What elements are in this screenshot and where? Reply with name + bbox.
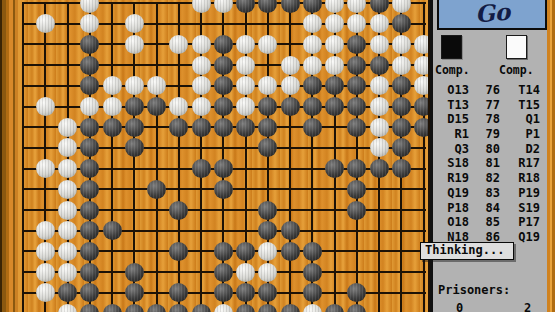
black-stone-L5[interactable] bbox=[236, 283, 255, 302]
black-stone-P14[interactable] bbox=[325, 97, 344, 116]
white-stone-Q19[interactable] bbox=[347, 0, 366, 13]
black-stone-F4[interactable] bbox=[125, 304, 144, 312]
go-board[interactable] bbox=[0, 0, 432, 312]
prisoners-label: Prisoners: bbox=[438, 283, 510, 297]
black-stone-O15[interactable] bbox=[303, 76, 322, 95]
black-stone-D8[interactable] bbox=[80, 221, 99, 240]
black-stone-D16[interactable] bbox=[80, 56, 99, 75]
black-stone-F5[interactable] bbox=[125, 283, 144, 302]
black-stone-M5[interactable] bbox=[258, 283, 277, 302]
white-stone-J17[interactable] bbox=[192, 35, 211, 54]
black-stone-O19[interactable] bbox=[303, 0, 322, 13]
black-stone-M9[interactable] bbox=[258, 201, 277, 220]
white-stone-J16[interactable] bbox=[192, 56, 211, 75]
white-stone-C4[interactable] bbox=[58, 304, 77, 312]
black-stone-K14[interactable] bbox=[214, 97, 233, 116]
move-row: R179P1 bbox=[435, 127, 547, 142]
white-stone-E14[interactable] bbox=[103, 97, 122, 116]
white-stone-M15[interactable] bbox=[258, 76, 277, 95]
white-stone-S17[interactable] bbox=[392, 35, 411, 54]
white-stone-O17[interactable] bbox=[303, 35, 322, 54]
prisoners-black-count: 0 bbox=[456, 301, 463, 312]
black-stone-Q4[interactable] bbox=[347, 304, 366, 312]
white-stone-B11[interactable] bbox=[36, 159, 55, 178]
black-stone-R16[interactable] bbox=[370, 56, 389, 75]
black-stone-N14[interactable] bbox=[281, 97, 300, 116]
move-number: 76 bbox=[469, 83, 500, 98]
white-stone-C12[interactable] bbox=[58, 138, 77, 157]
white-stone-J15[interactable] bbox=[192, 76, 211, 95]
white-stone-S19[interactable] bbox=[392, 0, 411, 13]
black-stone-H5[interactable] bbox=[169, 283, 188, 302]
white-stone-B6[interactable] bbox=[36, 263, 55, 282]
white-stone-J14[interactable] bbox=[192, 97, 211, 116]
black-move: O13 bbox=[435, 83, 469, 98]
white-stone-E15[interactable] bbox=[103, 76, 122, 95]
white-stone-C13[interactable] bbox=[58, 118, 77, 137]
black-stone-D15[interactable] bbox=[80, 76, 99, 95]
white-stone-R18[interactable] bbox=[370, 14, 389, 33]
black-stone-M19[interactable] bbox=[258, 0, 277, 13]
white-stone-Q18[interactable] bbox=[347, 14, 366, 33]
black-move: O18 bbox=[435, 215, 469, 230]
move-row: D1578Q1 bbox=[435, 112, 547, 127]
white-stone-F18[interactable] bbox=[125, 14, 144, 33]
black-stone-R19[interactable] bbox=[370, 0, 389, 13]
black-stone-S15[interactable] bbox=[392, 76, 411, 95]
white-stone-H17[interactable] bbox=[169, 35, 188, 54]
black-stone-Q17[interactable] bbox=[347, 35, 366, 54]
black-stone-H9[interactable] bbox=[169, 201, 188, 220]
black-stone-L4[interactable] bbox=[236, 304, 255, 312]
white-stone-K19[interactable] bbox=[214, 0, 233, 13]
black-move: P18 bbox=[435, 201, 469, 216]
black-stone-M14[interactable] bbox=[258, 97, 277, 116]
black-stone-Q5[interactable] bbox=[347, 283, 366, 302]
black-stone-S12[interactable] bbox=[392, 138, 411, 157]
black-stone-K10[interactable] bbox=[214, 180, 233, 199]
black-stone-O7[interactable] bbox=[303, 242, 322, 261]
move-number: 78 bbox=[469, 112, 500, 127]
board-frame-left bbox=[0, 0, 21, 312]
black-stone-M4[interactable] bbox=[258, 304, 277, 312]
wood-edge-strip bbox=[547, 0, 555, 312]
black-stone-D13[interactable] bbox=[80, 118, 99, 137]
black-stone-H7[interactable] bbox=[169, 242, 188, 261]
white-stone-P16[interactable] bbox=[325, 56, 344, 75]
black-player-swatch-icon[interactable] bbox=[441, 35, 462, 59]
black-stone-M8[interactable] bbox=[258, 221, 277, 240]
black-move: S18 bbox=[435, 156, 469, 171]
black-stone-F13[interactable] bbox=[125, 118, 144, 137]
black-stone-Q14[interactable] bbox=[347, 97, 366, 116]
move-row: T1377T15 bbox=[435, 98, 547, 113]
black-stone-K7[interactable] bbox=[214, 242, 233, 261]
black-stone-D4[interactable] bbox=[80, 304, 99, 312]
white-stone-R15[interactable] bbox=[370, 76, 389, 95]
move-row: R1982R18 bbox=[435, 171, 547, 186]
white-stone-F15[interactable] bbox=[125, 76, 144, 95]
black-stone-K5[interactable] bbox=[214, 283, 233, 302]
white-stone-L17[interactable] bbox=[236, 35, 255, 54]
black-stone-J4[interactable] bbox=[192, 304, 211, 312]
white-player-label: Comp. bbox=[499, 63, 534, 77]
white-stone-G15[interactable] bbox=[147, 76, 166, 95]
title-plaque: Go bbox=[437, 0, 547, 30]
white-stone-P17[interactable] bbox=[325, 35, 344, 54]
white-stone-M7[interactable] bbox=[258, 242, 277, 261]
black-stone-D6[interactable] bbox=[80, 263, 99, 282]
move-row: Q1983P19 bbox=[435, 186, 547, 201]
app-title: Go bbox=[474, 0, 511, 27]
move-number: 80 bbox=[469, 142, 500, 157]
white-stone-C9[interactable] bbox=[58, 201, 77, 220]
white-stone-B8[interactable] bbox=[36, 221, 55, 240]
control-panel: Go Comp. Comp. O1376T14T1377T15D1578Q1R1… bbox=[430, 0, 547, 312]
black-move: Q19 bbox=[435, 186, 469, 201]
black-stone-D11[interactable] bbox=[80, 159, 99, 178]
black-stone-P11[interactable] bbox=[325, 159, 344, 178]
go-program-screen: Go Comp. Comp. O1376T14T1377T15D1578Q1R1… bbox=[0, 0, 555, 312]
black-stone-D5[interactable] bbox=[80, 283, 99, 302]
white-move: T15 bbox=[500, 98, 540, 113]
black-move: R19 bbox=[435, 171, 469, 186]
black-stone-S18[interactable] bbox=[392, 14, 411, 33]
white-stone-C7[interactable] bbox=[58, 242, 77, 261]
white-stone-C10[interactable] bbox=[58, 180, 77, 199]
black-stone-H13[interactable] bbox=[169, 118, 188, 137]
black-stone-E4[interactable] bbox=[103, 304, 122, 312]
white-stone-P19[interactable] bbox=[325, 0, 344, 13]
black-move: R1 bbox=[435, 127, 469, 142]
white-stone-L14[interactable] bbox=[236, 97, 255, 116]
white-stone-C11[interactable] bbox=[58, 159, 77, 178]
move-history-list[interactable]: O1376T14T1377T15D1578Q1R179P1Q380D2S1881… bbox=[435, 83, 547, 245]
black-stone-C5[interactable] bbox=[58, 283, 77, 302]
white-stone-P18[interactable] bbox=[325, 14, 344, 33]
black-stone-O14[interactable] bbox=[303, 97, 322, 116]
black-stone-N4[interactable] bbox=[281, 304, 300, 312]
move-number: 84 bbox=[469, 201, 500, 216]
white-stone-J19[interactable] bbox=[192, 0, 211, 13]
black-stone-F12[interactable] bbox=[125, 138, 144, 157]
black-stone-P15[interactable] bbox=[325, 76, 344, 95]
black-stone-Q15[interactable] bbox=[347, 76, 366, 95]
move-row: P1884S19 bbox=[435, 201, 547, 216]
black-stone-J11[interactable] bbox=[192, 159, 211, 178]
move-number: 81 bbox=[469, 156, 500, 171]
white-move: T14 bbox=[500, 83, 540, 98]
white-move: P1 bbox=[500, 127, 540, 142]
white-stone-K4[interactable] bbox=[214, 304, 233, 312]
white-stone-O16[interactable] bbox=[303, 56, 322, 75]
black-stone-E8[interactable] bbox=[103, 221, 122, 240]
black-stone-K11[interactable] bbox=[214, 159, 233, 178]
white-stone-O4[interactable] bbox=[303, 304, 322, 312]
move-row: S1881R17 bbox=[435, 156, 547, 171]
black-stone-O6[interactable] bbox=[303, 263, 322, 282]
grid-vline bbox=[289, 2, 291, 312]
white-stone-N15[interactable] bbox=[281, 76, 300, 95]
white-stone-L6[interactable] bbox=[236, 263, 255, 282]
white-stone-D14[interactable] bbox=[80, 97, 99, 116]
move-number: 82 bbox=[469, 171, 500, 186]
white-stone-R17[interactable] bbox=[370, 35, 389, 54]
white-stone-N16[interactable] bbox=[281, 56, 300, 75]
white-stone-D19[interactable] bbox=[80, 0, 99, 13]
black-stone-N8[interactable] bbox=[281, 221, 300, 240]
white-stone-C6[interactable] bbox=[58, 263, 77, 282]
black-stone-D9[interactable] bbox=[80, 201, 99, 220]
black-stone-N7[interactable] bbox=[281, 242, 300, 261]
white-stone-L15[interactable] bbox=[236, 76, 255, 95]
black-stone-K13[interactable] bbox=[214, 118, 233, 137]
white-stone-R13[interactable] bbox=[370, 118, 389, 137]
black-stone-D7[interactable] bbox=[80, 242, 99, 261]
black-stone-Q13[interactable] bbox=[347, 118, 366, 137]
black-stone-K15[interactable] bbox=[214, 76, 233, 95]
white-stone-O18[interactable] bbox=[303, 14, 322, 33]
black-stone-S14[interactable] bbox=[392, 97, 411, 116]
black-stone-Q16[interactable] bbox=[347, 56, 366, 75]
white-move: S19 bbox=[500, 201, 540, 216]
white-stone-B7[interactable] bbox=[36, 242, 55, 261]
white-move: Q1 bbox=[500, 112, 540, 127]
black-stone-M12[interactable] bbox=[258, 138, 277, 157]
black-stone-Q9[interactable] bbox=[347, 201, 366, 220]
black-stone-D17[interactable] bbox=[80, 35, 99, 54]
grid-vline bbox=[156, 2, 158, 312]
grid-vline bbox=[111, 2, 113, 312]
black-stone-G10[interactable] bbox=[147, 180, 166, 199]
white-stone-B5[interactable] bbox=[36, 283, 55, 302]
white-stone-H14[interactable] bbox=[169, 97, 188, 116]
white-stone-R14[interactable] bbox=[370, 97, 389, 116]
black-stone-L7[interactable] bbox=[236, 242, 255, 261]
white-stone-M17[interactable] bbox=[258, 35, 277, 54]
black-stone-O5[interactable] bbox=[303, 283, 322, 302]
black-stone-S13[interactable] bbox=[392, 118, 411, 137]
white-move: R17 bbox=[500, 156, 540, 171]
black-stone-H4[interactable] bbox=[169, 304, 188, 312]
white-stone-C8[interactable] bbox=[58, 221, 77, 240]
black-stone-G4[interactable] bbox=[147, 304, 166, 312]
white-move: P17 bbox=[500, 215, 540, 230]
move-number: 83 bbox=[469, 186, 500, 201]
white-move: P19 bbox=[500, 186, 540, 201]
black-stone-L19[interactable] bbox=[236, 0, 255, 13]
thinking-status-box: Thinking... bbox=[420, 242, 514, 260]
black-stone-Q10[interactable] bbox=[347, 180, 366, 199]
move-number: 79 bbox=[469, 127, 500, 142]
black-stone-K6[interactable] bbox=[214, 263, 233, 282]
move-row: Q380D2 bbox=[435, 142, 547, 157]
black-stone-J13[interactable] bbox=[192, 118, 211, 137]
move-row: O1885P17 bbox=[435, 215, 547, 230]
black-stone-F6[interactable] bbox=[125, 263, 144, 282]
white-player-swatch-icon[interactable] bbox=[506, 35, 527, 59]
white-stone-D18[interactable] bbox=[80, 14, 99, 33]
black-stone-R11[interactable] bbox=[370, 159, 389, 178]
black-move: T13 bbox=[435, 98, 469, 113]
black-move: Q3 bbox=[435, 142, 469, 157]
white-move: D2 bbox=[500, 142, 540, 157]
white-stone-S16[interactable] bbox=[392, 56, 411, 75]
black-stone-L13[interactable] bbox=[236, 118, 255, 137]
black-stone-D12[interactable] bbox=[80, 138, 99, 157]
move-number: 77 bbox=[469, 98, 500, 113]
black-stone-Q11[interactable] bbox=[347, 159, 366, 178]
black-stone-G14[interactable] bbox=[147, 97, 166, 116]
black-stone-K17[interactable] bbox=[214, 35, 233, 54]
black-move: D15 bbox=[435, 112, 469, 127]
black-stone-F14[interactable] bbox=[125, 97, 144, 116]
black-stone-S11[interactable] bbox=[392, 159, 411, 178]
move-row: O1376T14 bbox=[435, 83, 547, 98]
black-stone-K16[interactable] bbox=[214, 56, 233, 75]
white-stone-M6[interactable] bbox=[258, 263, 277, 282]
black-stone-D10[interactable] bbox=[80, 180, 99, 199]
white-stone-B14[interactable] bbox=[36, 97, 55, 116]
white-move: R18 bbox=[500, 171, 540, 186]
black-stone-M13[interactable] bbox=[258, 118, 277, 137]
black-player-label: Comp. bbox=[435, 63, 470, 77]
black-stone-N19[interactable] bbox=[281, 0, 300, 13]
prisoners-white-count: 2 bbox=[524, 301, 531, 312]
white-stone-L16[interactable] bbox=[236, 56, 255, 75]
black-stone-P4[interactable] bbox=[325, 304, 344, 312]
black-stone-O13[interactable] bbox=[303, 118, 322, 137]
move-number: 85 bbox=[469, 215, 500, 230]
white-stone-B18[interactable] bbox=[36, 14, 55, 33]
black-stone-E13[interactable] bbox=[103, 118, 122, 137]
white-stone-R12[interactable] bbox=[370, 138, 389, 157]
grid-vline bbox=[22, 2, 24, 312]
white-stone-F17[interactable] bbox=[125, 35, 144, 54]
